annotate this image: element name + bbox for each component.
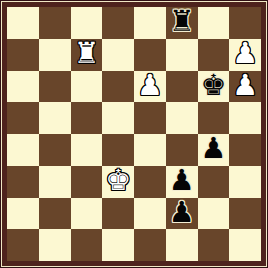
square-g2[interactable] [198, 198, 230, 230]
square-h8[interactable] [229, 7, 261, 39]
square-e4[interactable] [134, 134, 166, 166]
square-a5[interactable] [7, 102, 39, 134]
black-pawn[interactable]: ♟ [169, 166, 195, 195]
square-e5[interactable] [134, 102, 166, 134]
black-pawn[interactable]: ♟ [169, 198, 195, 227]
square-a6[interactable] [7, 71, 39, 103]
square-b5[interactable] [39, 102, 71, 134]
square-h2[interactable] [229, 198, 261, 230]
square-c4[interactable] [71, 134, 103, 166]
square-c1[interactable] [71, 229, 103, 261]
square-d5[interactable] [102, 102, 134, 134]
square-b1[interactable] [39, 229, 71, 261]
square-f3[interactable]: ♟ [166, 166, 198, 198]
square-e3[interactable] [134, 166, 166, 198]
square-g7[interactable] [198, 39, 230, 71]
square-g8[interactable] [198, 7, 230, 39]
square-a4[interactable] [7, 134, 39, 166]
square-d1[interactable] [102, 229, 134, 261]
square-f6[interactable] [166, 71, 198, 103]
square-a7[interactable] [7, 39, 39, 71]
board-frame-outline: ♜♜♟♟♚♟♟♚♟♟ [0, 0, 268, 268]
square-h7[interactable]: ♟ [229, 39, 261, 71]
square-h4[interactable] [229, 134, 261, 166]
square-a1[interactable] [7, 229, 39, 261]
square-a8[interactable] [7, 7, 39, 39]
square-f4[interactable] [166, 134, 198, 166]
board-frame-pinline: ♜♜♟♟♚♟♟♚♟♟ [1, 1, 267, 267]
square-e2[interactable] [134, 198, 166, 230]
board-frame: ♜♜♟♟♚♟♟♚♟♟ [2, 2, 266, 266]
square-c8[interactable] [71, 7, 103, 39]
square-d4[interactable] [102, 134, 134, 166]
square-g5[interactable] [198, 102, 230, 134]
square-b8[interactable] [39, 7, 71, 39]
chess-board: ♜♜♟♟♚♟♟♚♟♟ [7, 7, 261, 261]
square-f2[interactable]: ♟ [166, 198, 198, 230]
square-c7[interactable]: ♜ [71, 39, 103, 71]
white-rook[interactable]: ♜ [73, 39, 99, 68]
black-pawn[interactable]: ♟ [200, 134, 226, 163]
square-e7[interactable] [134, 39, 166, 71]
square-h1[interactable] [229, 229, 261, 261]
square-g3[interactable] [198, 166, 230, 198]
square-f7[interactable] [166, 39, 198, 71]
square-b7[interactable] [39, 39, 71, 71]
square-f1[interactable] [166, 229, 198, 261]
square-c2[interactable] [71, 198, 103, 230]
square-e1[interactable] [134, 229, 166, 261]
square-b2[interactable] [39, 198, 71, 230]
square-a3[interactable] [7, 166, 39, 198]
square-d6[interactable] [102, 71, 134, 103]
square-c5[interactable] [71, 102, 103, 134]
black-rook[interactable]: ♜ [169, 7, 195, 36]
square-d2[interactable] [102, 198, 134, 230]
chess-diagram: ♜♜♟♟♚♟♟♚♟♟ [0, 0, 268, 268]
square-b4[interactable] [39, 134, 71, 166]
square-c3[interactable] [71, 166, 103, 198]
square-b3[interactable] [39, 166, 71, 198]
white-pawn[interactable]: ♟ [137, 71, 163, 100]
square-d8[interactable] [102, 7, 134, 39]
square-c6[interactable] [71, 71, 103, 103]
square-d3[interactable]: ♚ [102, 166, 134, 198]
square-g6[interactable]: ♚ [198, 71, 230, 103]
square-e8[interactable] [134, 7, 166, 39]
square-h6[interactable]: ♟ [229, 71, 261, 103]
square-h5[interactable] [229, 102, 261, 134]
square-h3[interactable] [229, 166, 261, 198]
square-d7[interactable] [102, 39, 134, 71]
square-g4[interactable]: ♟ [198, 134, 230, 166]
square-g1[interactable] [198, 229, 230, 261]
white-pawn[interactable]: ♟ [232, 71, 258, 100]
white-king[interactable]: ♚ [105, 166, 131, 195]
square-e6[interactable]: ♟ [134, 71, 166, 103]
white-pawn[interactable]: ♟ [232, 39, 258, 68]
square-a2[interactable] [7, 198, 39, 230]
square-b6[interactable] [39, 71, 71, 103]
black-king[interactable]: ♚ [200, 71, 226, 100]
square-f5[interactable] [166, 102, 198, 134]
square-f8[interactable]: ♜ [166, 7, 198, 39]
